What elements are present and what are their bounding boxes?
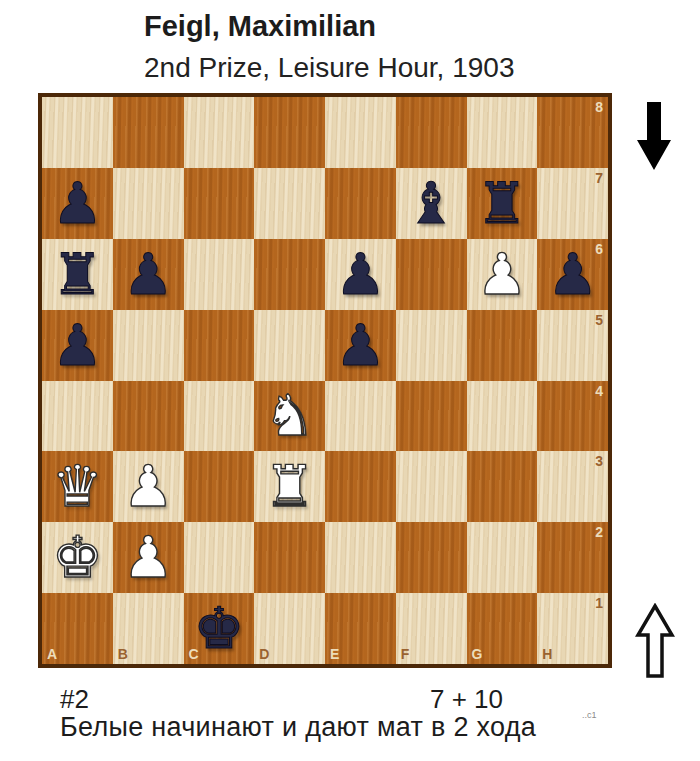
square-h3[interactable]: 3: [537, 451, 608, 522]
square-b7[interactable]: [113, 168, 184, 239]
square-c3[interactable]: [184, 451, 255, 522]
rank-label-4: 4: [595, 383, 603, 399]
square-e3[interactable]: [325, 451, 396, 522]
square-a4[interactable]: [42, 381, 113, 452]
piece-white-queen-a3[interactable]: ♛: [42, 451, 113, 522]
square-f4[interactable]: [396, 381, 467, 452]
square-b2[interactable]: ♟: [113, 522, 184, 593]
rank-label-5: 5: [595, 312, 603, 328]
square-c7[interactable]: [184, 168, 255, 239]
rank-label-3: 3: [595, 453, 603, 469]
square-e2[interactable]: [325, 522, 396, 593]
piece-black-bishop-f7[interactable]: ♝: [396, 168, 467, 239]
square-c1[interactable]: C♚: [184, 593, 255, 664]
square-f2[interactable]: [396, 522, 467, 593]
square-d3[interactable]: ♜: [254, 451, 325, 522]
square-h1[interactable]: 1H: [537, 593, 608, 664]
square-d5[interactable]: [254, 310, 325, 381]
rank-label-2: 2: [595, 524, 603, 540]
file-label-F: F: [401, 646, 410, 662]
square-g2[interactable]: [467, 522, 538, 593]
square-a3[interactable]: ♛: [42, 451, 113, 522]
file-label-B: B: [118, 646, 128, 662]
square-d4[interactable]: ♞: [254, 381, 325, 452]
square-h5[interactable]: 5: [537, 310, 608, 381]
square-g3[interactable]: [467, 451, 538, 522]
piece-black-pawn-a5[interactable]: ♟: [42, 310, 113, 381]
square-d6[interactable]: [254, 239, 325, 310]
square-d1[interactable]: D: [254, 593, 325, 664]
square-e5[interactable]: ♟: [325, 310, 396, 381]
piece-black-pawn-e5[interactable]: ♟: [325, 310, 396, 381]
file-label-E: E: [330, 646, 339, 662]
problem-source: 2nd Prize, Leisure Hour, 1903: [144, 52, 514, 84]
piece-black-pawn-a7[interactable]: ♟: [42, 168, 113, 239]
file-label-D: D: [259, 646, 269, 662]
square-g8[interactable]: [467, 97, 538, 168]
piece-black-pawn-e6[interactable]: ♟: [325, 239, 396, 310]
square-f7[interactable]: ♝: [396, 168, 467, 239]
square-h8[interactable]: 8: [537, 97, 608, 168]
square-h2[interactable]: 2: [537, 522, 608, 593]
square-g6[interactable]: ♟: [467, 239, 538, 310]
square-c8[interactable]: [184, 97, 255, 168]
square-b1[interactable]: B: [113, 593, 184, 664]
composer-name: Feigl, Maximilian: [144, 10, 376, 43]
piece-black-rook-a6[interactable]: ♜: [42, 239, 113, 310]
square-b3[interactable]: ♟: [113, 451, 184, 522]
square-c2[interactable]: [184, 522, 255, 593]
square-e4[interactable]: [325, 381, 396, 452]
square-a5[interactable]: ♟: [42, 310, 113, 381]
square-c4[interactable]: [184, 381, 255, 452]
square-e1[interactable]: E: [325, 593, 396, 664]
piece-white-pawn-b3[interactable]: ♟: [113, 451, 184, 522]
piece-white-rook-d3[interactable]: ♜: [254, 451, 325, 522]
caption-russian: Белые начинают и дают мат в 2 хода: [60, 712, 536, 743]
square-h7[interactable]: 7: [537, 168, 608, 239]
piece-black-rook-g7[interactable]: ♜: [467, 168, 538, 239]
square-f6[interactable]: [396, 239, 467, 310]
square-b6[interactable]: ♟: [113, 239, 184, 310]
file-label-H: H: [542, 646, 552, 662]
material-count: 7 + 10: [430, 684, 503, 715]
piece-black-king-c1[interactable]: ♚: [184, 593, 255, 664]
corner-note: ..c1: [582, 710, 597, 720]
piece-white-king-a2[interactable]: ♚: [42, 522, 113, 593]
square-a2[interactable]: ♚: [42, 522, 113, 593]
square-a7[interactable]: ♟: [42, 168, 113, 239]
square-a8[interactable]: [42, 97, 113, 168]
square-f1[interactable]: F: [396, 593, 467, 664]
piece-white-pawn-g6[interactable]: ♟: [467, 239, 538, 310]
square-a1[interactable]: A: [42, 593, 113, 664]
piece-white-pawn-b2[interactable]: ♟: [113, 522, 184, 593]
rank-label-8: 8: [595, 99, 603, 115]
square-d7[interactable]: [254, 168, 325, 239]
square-b8[interactable]: [113, 97, 184, 168]
rank-label-1: 1: [595, 595, 603, 611]
piece-white-knight-d4[interactable]: ♞: [254, 381, 325, 452]
piece-black-pawn-h6[interactable]: ♟: [537, 239, 608, 310]
rank-label-7: 7: [595, 170, 603, 186]
square-e6[interactable]: ♟: [325, 239, 396, 310]
square-f8[interactable]: [396, 97, 467, 168]
square-g7[interactable]: ♜: [467, 168, 538, 239]
file-label-A: A: [47, 646, 57, 662]
square-a6[interactable]: ♜: [42, 239, 113, 310]
square-b5[interactable]: [113, 310, 184, 381]
square-b4[interactable]: [113, 381, 184, 452]
square-g1[interactable]: G: [467, 593, 538, 664]
chess-board: 8♟♝♜7♜♟♟♟6♟♟♟5♞4♛♟♜3♚♟2ABC♚DEFG1H: [38, 93, 612, 668]
square-c5[interactable]: [184, 310, 255, 381]
square-g4[interactable]: [467, 381, 538, 452]
square-g5[interactable]: [467, 310, 538, 381]
square-h6[interactable]: 6♟: [537, 239, 608, 310]
square-e8[interactable]: [325, 97, 396, 168]
black-to-move-down-arrow-icon: [637, 102, 671, 170]
square-h4[interactable]: 4: [537, 381, 608, 452]
square-c6[interactable]: [184, 239, 255, 310]
square-f3[interactable]: [396, 451, 467, 522]
file-label-G: G: [472, 646, 483, 662]
white-to-move-up-arrow-icon: [635, 603, 675, 679]
square-f5[interactable]: [396, 310, 467, 381]
square-d2[interactable]: [254, 522, 325, 593]
square-e7[interactable]: [325, 168, 396, 239]
square-d8[interactable]: [254, 97, 325, 168]
stipulation-mate-in-two: #2: [60, 684, 89, 715]
piece-black-pawn-b6[interactable]: ♟: [113, 239, 184, 310]
